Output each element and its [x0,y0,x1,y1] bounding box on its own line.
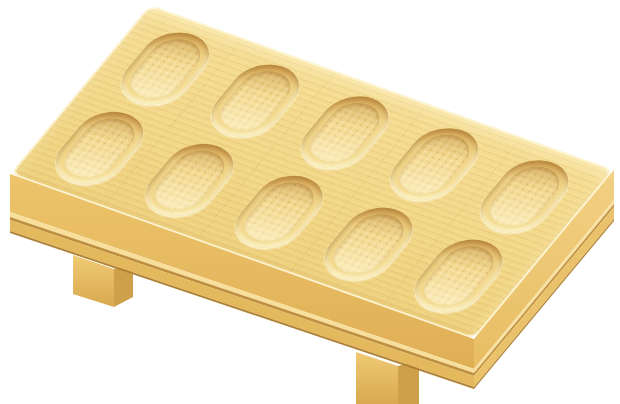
pit-floor [144,144,234,215]
pit-r2-c1[interactable] [42,104,156,192]
pit-r1-c3[interactable] [288,88,402,176]
pit-r2-c3[interactable] [222,168,336,256]
pit-floor [234,176,324,247]
pit-r1-c5[interactable] [467,152,581,240]
pit-r2-c2[interactable] [132,136,246,224]
pit-floor [390,129,480,200]
pit-r1-c2[interactable] [198,56,312,144]
pit-r1-c1[interactable] [108,24,222,112]
pit-r2-c5[interactable] [402,231,516,319]
pit-r2-c4[interactable] [312,199,426,287]
pit-floor [120,33,210,104]
board-photo [0,0,620,404]
pit-floor [55,112,145,183]
pit-floor [414,240,504,311]
pit-floor [324,208,414,279]
pit-floor [480,161,570,232]
pit-floor [300,97,390,168]
pit-floor [210,65,300,136]
pit-r1-c4[interactable] [378,120,492,208]
